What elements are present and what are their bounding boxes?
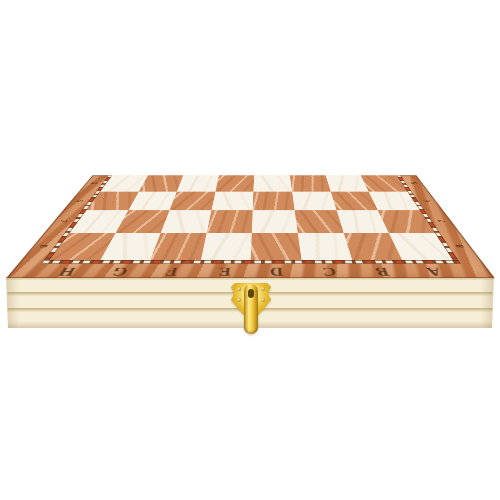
rank-label-right-7: 7: [416, 216, 466, 225]
file-label-b: B: [352, 263, 410, 278]
square-c6: [292, 191, 336, 210]
square-d5: [253, 175, 291, 191]
square-f5: [177, 175, 219, 191]
square-e6: [211, 191, 253, 210]
square-f6: [169, 191, 215, 210]
clasp-screw: [261, 298, 265, 302]
square-g5: [138, 175, 183, 191]
square-c8: [297, 233, 351, 260]
clasp-screw: [261, 287, 265, 291]
squares-grid: [49, 175, 453, 260]
rank-label-left-6: 6: [56, 196, 102, 204]
board-top: HGFEDCBA 5678 5678: [6, 175, 495, 278]
chess-box-photo: HGFEDCBA 5678 5678: [0, 0, 500, 500]
file-label-h: H: [36, 263, 98, 278]
square-e7: [206, 210, 253, 233]
file-label-g: G: [89, 263, 148, 278]
rank-label-left-7: 7: [37, 216, 88, 225]
rank-label-right-6: 6: [404, 196, 450, 204]
square-f7: [160, 210, 211, 233]
square-d7: [252, 210, 298, 233]
clasp-slot: [248, 289, 254, 298]
square-e8: [200, 233, 252, 260]
square-d6: [253, 191, 295, 210]
clasp-screw: [237, 287, 241, 291]
file-label-d: D: [250, 263, 304, 278]
square-c5: [290, 175, 331, 191]
square-e5: [215, 175, 254, 191]
rank-label-left-8: 8: [14, 240, 71, 251]
rank-label-right-8: 8: [432, 240, 488, 251]
rank-label-left-5: 5: [72, 179, 114, 186]
clasp-screw: [237, 298, 241, 302]
file-label-a: A: [403, 263, 464, 278]
square-c7: [294, 210, 343, 233]
brass-clasp: [231, 283, 271, 336]
file-label-c: C: [302, 263, 358, 278]
square-f8: [150, 233, 206, 260]
square-d8: [251, 233, 301, 260]
rank-label-right-5: 5: [393, 179, 435, 186]
file-label-e: E: [196, 263, 250, 278]
file-label-f: F: [143, 263, 200, 278]
